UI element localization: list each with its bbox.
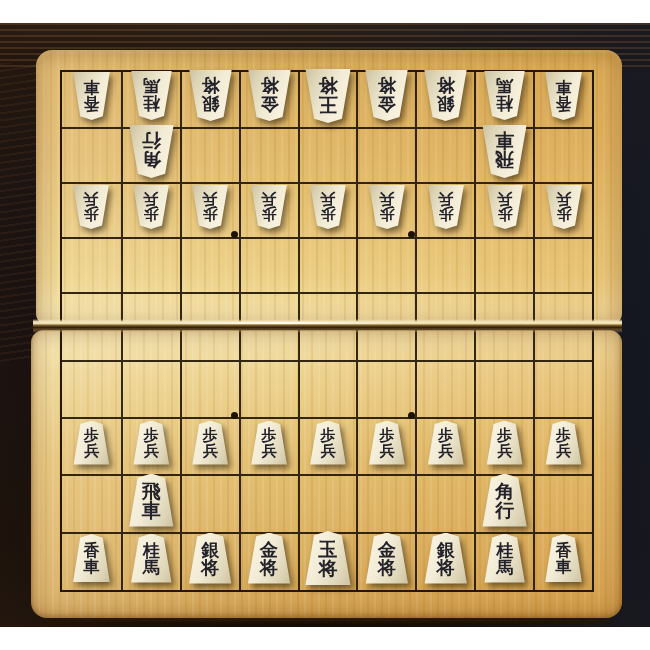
board-cell-7a[interactable]: 銀 将 <box>180 72 239 127</box>
piece-body: 玉 将 <box>304 531 352 585</box>
shogi-piece-gote-pawn[interactable]: 歩 兵 <box>72 185 110 229</box>
board-cell-1g[interactable]: 歩 兵 <box>533 417 592 474</box>
board-cell-5g[interactable]: 歩 兵 <box>298 417 357 474</box>
piece-kanji: 歩 兵 <box>556 426 571 459</box>
piece-kanji: 香 車 <box>83 541 99 576</box>
piece-kanji: 歩 兵 <box>320 190 335 223</box>
shogi-piece-sente-pawn[interactable]: 歩 兵 <box>132 421 170 465</box>
piece-body: 歩 兵 <box>368 421 406 465</box>
piece-body: 飛 車 <box>481 125 528 178</box>
board-cell-8a[interactable]: 桂 馬 <box>121 72 180 127</box>
board-cell-5d[interactable] <box>298 237 357 292</box>
piece-kanji: 王 将 <box>318 75 337 117</box>
board-cell-2a[interactable]: 桂 馬 <box>474 72 533 127</box>
piece-kanji: 銀 将 <box>201 76 219 115</box>
piece-body: 銀 将 <box>423 533 468 584</box>
piece-kanji: 香 車 <box>83 78 99 113</box>
hoshi-dot <box>231 231 238 238</box>
shogi-piece-gote-bishop[interactable]: 角 行 <box>128 125 175 178</box>
board-cell-9h[interactable] <box>62 474 121 532</box>
piece-body: 歩 兵 <box>309 421 347 465</box>
shogi-piece-sente-pawn[interactable]: 歩 兵 <box>191 421 229 465</box>
shogi-piece-gote-lance[interactable]: 香 車 <box>72 72 111 120</box>
board-cell-7d[interactable] <box>180 237 239 292</box>
board-cell-6f[interactable] <box>239 360 298 417</box>
piece-kanji: 歩 兵 <box>203 190 218 223</box>
board-cell-8b[interactable]: 角 行 <box>121 127 180 182</box>
photo-margin-top <box>0 0 650 23</box>
shogi-piece-gote-king-gote[interactable]: 王 将 <box>304 69 352 123</box>
piece-body: 歩 兵 <box>368 185 406 229</box>
board-cell-5f[interactable] <box>298 360 357 417</box>
board-cell-9g[interactable]: 歩 兵 <box>62 417 121 474</box>
piece-body: 桂 馬 <box>483 534 526 583</box>
board-cell-1h[interactable] <box>533 474 592 532</box>
piece-body: 歩 兵 <box>72 421 110 465</box>
shogi-photo: 香 車桂 馬銀 将金 将王 将金 将銀 将桂 馬香 車角 行飛 車歩 兵歩 兵歩… <box>0 0 650 650</box>
shogi-piece-gote-knight[interactable]: 桂 馬 <box>130 71 173 120</box>
board-cell-6g[interactable]: 歩 兵 <box>239 417 298 474</box>
piece-body: 歩 兵 <box>427 421 465 465</box>
board-cell-5a[interactable]: 王 将 <box>298 72 357 127</box>
board-cell-2c[interactable]: 歩 兵 <box>474 182 533 237</box>
shogi-piece-sente-silver-general[interactable]: 銀 将 <box>188 533 233 584</box>
piece-kanji: 歩 兵 <box>144 190 159 223</box>
piece-body: 香 車 <box>72 72 111 120</box>
piece-kanji: 歩 兵 <box>84 426 99 459</box>
piece-body: 王 将 <box>304 69 352 123</box>
board-cell-6i[interactable]: 金 将 <box>239 532 298 590</box>
shogi-piece-gote-rook[interactable]: 飛 車 <box>481 125 528 178</box>
board-cell-6b[interactable] <box>239 127 298 182</box>
piece-kanji: 歩 兵 <box>144 426 159 459</box>
piece-kanji: 飛 車 <box>495 131 514 173</box>
piece-kanji: 角 行 <box>495 479 514 521</box>
piece-body: 金 将 <box>364 70 409 121</box>
board-cell-4d[interactable] <box>356 237 415 292</box>
piece-kanji: 飛 車 <box>142 479 161 521</box>
board-cell-7f[interactable] <box>180 360 239 417</box>
piece-kanji: 歩 兵 <box>379 426 394 459</box>
board-cell-3a[interactable]: 銀 将 <box>415 72 474 127</box>
photo-margin-bottom <box>0 627 650 650</box>
shogi-piece-sente-pawn[interactable]: 歩 兵 <box>368 421 406 465</box>
shogi-piece-sente-rook[interactable]: 飛 車 <box>128 474 175 527</box>
board-cell-3h[interactable] <box>415 474 474 532</box>
board-cell-5h[interactable] <box>298 474 357 532</box>
hoshi-dot <box>408 231 415 238</box>
piece-kanji: 桂 馬 <box>143 539 160 576</box>
shogi-piece-gote-silver-general[interactable]: 銀 将 <box>188 70 233 121</box>
piece-body: 歩 兵 <box>486 421 524 465</box>
piece-body: 飛 車 <box>128 474 175 527</box>
shogi-piece-sente-pawn[interactable]: 歩 兵 <box>72 421 110 465</box>
board-cell-4c[interactable]: 歩 兵 <box>356 182 415 237</box>
board-cell-5b[interactable] <box>298 127 357 182</box>
piece-body: 歩 兵 <box>309 185 347 229</box>
shogi-piece-gote-pawn[interactable]: 歩 兵 <box>368 185 406 229</box>
shogi-piece-sente-knight[interactable]: 桂 馬 <box>483 534 526 583</box>
shogi-piece-gote-lance[interactable]: 香 車 <box>544 72 583 120</box>
board-cell-2b[interactable]: 飛 車 <box>474 127 533 182</box>
board-cell-5i[interactable]: 玉 将 <box>298 532 357 590</box>
board-cell-9f[interactable] <box>62 360 121 417</box>
piece-body: 歩 兵 <box>191 421 229 465</box>
piece-body: 香 車 <box>72 534 111 582</box>
board-cell-9c[interactable]: 歩 兵 <box>62 182 121 237</box>
piece-body: 歩 兵 <box>545 185 583 229</box>
shogi-piece-gote-pawn[interactable]: 歩 兵 <box>309 185 347 229</box>
board-cell-9a[interactable]: 香 車 <box>62 72 121 127</box>
board-cell-9d[interactable] <box>62 237 121 292</box>
board-cell-8g[interactable]: 歩 兵 <box>121 417 180 474</box>
board-cell-2d[interactable] <box>474 237 533 292</box>
board-cell-7h[interactable] <box>180 474 239 532</box>
board-cell-3f[interactable] <box>415 360 474 417</box>
board-cell-8c[interactable]: 歩 兵 <box>121 182 180 237</box>
piece-kanji: 銀 将 <box>437 538 455 577</box>
piece-body: 歩 兵 <box>72 185 110 229</box>
piece-kanji: 歩 兵 <box>497 426 512 459</box>
piece-kanji: 歩 兵 <box>262 190 277 223</box>
board-cell-9i[interactable]: 香 車 <box>62 532 121 590</box>
shogi-piece-sente-pawn[interactable]: 歩 兵 <box>427 421 465 465</box>
piece-kanji: 香 車 <box>556 541 572 576</box>
piece-kanji: 桂 馬 <box>496 539 513 576</box>
board-cell-6h[interactable] <box>239 474 298 532</box>
piece-kanji: 歩 兵 <box>262 426 277 459</box>
piece-kanji: 歩 兵 <box>556 190 571 223</box>
board-cell-7b[interactable] <box>180 127 239 182</box>
piece-body: 歩 兵 <box>250 421 288 465</box>
piece-body: 歩 兵 <box>132 421 170 465</box>
board-cell-2g[interactable]: 歩 兵 <box>474 417 533 474</box>
shogi-piece-sente-silver-general[interactable]: 銀 将 <box>423 533 468 584</box>
board-cell-6c[interactable]: 歩 兵 <box>239 182 298 237</box>
piece-kanji: 桂 馬 <box>496 77 513 114</box>
shogi-piece-sente-bishop[interactable]: 角 行 <box>481 474 528 527</box>
piece-kanji: 銀 将 <box>201 538 219 577</box>
shogi-piece-gote-pawn[interactable]: 歩 兵 <box>545 185 583 229</box>
board-cell-3d[interactable] <box>415 237 474 292</box>
table-texture-left <box>0 63 40 363</box>
board-cell-4g[interactable]: 歩 兵 <box>356 417 415 474</box>
piece-body: 角 行 <box>481 474 528 527</box>
piece-body: 歩 兵 <box>486 185 524 229</box>
shogi-piece-sente-lance[interactable]: 香 車 <box>72 534 111 582</box>
piece-body: 歩 兵 <box>545 421 583 465</box>
piece-body: 桂 馬 <box>130 534 173 583</box>
board-cell-4a[interactable]: 金 将 <box>356 72 415 127</box>
board-cell-7g[interactable]: 歩 兵 <box>180 417 239 474</box>
piece-body: 金 将 <box>247 70 292 121</box>
shogi-piece-sente-king-sente[interactable]: 玉 将 <box>304 531 352 585</box>
board-cell-9b[interactable] <box>62 127 121 182</box>
piece-kanji: 歩 兵 <box>203 426 218 459</box>
board-cell-8i[interactable]: 桂 馬 <box>121 532 180 590</box>
board-cell-8f[interactable] <box>121 360 180 417</box>
piece-body: 歩 兵 <box>427 185 465 229</box>
board-cell-2h[interactable]: 角 行 <box>474 474 533 532</box>
piece-kanji: 銀 将 <box>437 76 455 115</box>
piece-kanji: 金 将 <box>260 76 278 115</box>
board-cell-4h[interactable] <box>356 474 415 532</box>
piece-kanji: 歩 兵 <box>497 190 512 223</box>
piece-kanji: 歩 兵 <box>84 190 99 223</box>
piece-body: 銀 将 <box>423 70 468 121</box>
board-cell-2i[interactable]: 桂 馬 <box>474 532 533 590</box>
board-cell-1d[interactable] <box>533 237 592 292</box>
piece-kanji: 金 将 <box>260 538 278 577</box>
shogi-piece-gote-gold-general[interactable]: 金 将 <box>364 70 409 121</box>
board-cell-1a[interactable]: 香 車 <box>533 72 592 127</box>
board-cell-6a[interactable]: 金 将 <box>239 72 298 127</box>
shogi-piece-sente-lance[interactable]: 香 車 <box>544 534 583 582</box>
piece-body: 歩 兵 <box>250 185 288 229</box>
board-cell-8h[interactable]: 飛 車 <box>121 474 180 532</box>
piece-kanji: 角 行 <box>142 131 161 173</box>
board-cell-7c[interactable]: 歩 兵 <box>180 182 239 237</box>
piece-body: 銀 将 <box>188 533 233 584</box>
shogi-piece-gote-pawn[interactable]: 歩 兵 <box>486 185 524 229</box>
shogi-piece-gote-pawn[interactable]: 歩 兵 <box>427 185 465 229</box>
piece-kanji: 桂 馬 <box>143 77 160 114</box>
board-cell-6d[interactable] <box>239 237 298 292</box>
board-cell-7i[interactable]: 銀 将 <box>180 532 239 590</box>
shogi-piece-gote-silver-general[interactable]: 銀 将 <box>423 70 468 121</box>
piece-kanji: 玉 将 <box>318 537 337 579</box>
piece-body: 金 将 <box>364 533 409 584</box>
board-cell-5c[interactable]: 歩 兵 <box>298 182 357 237</box>
board-cell-3b[interactable] <box>415 127 474 182</box>
board-cell-1b[interactable] <box>533 127 592 182</box>
piece-kanji: 歩 兵 <box>320 426 335 459</box>
board-cell-3i[interactable]: 銀 将 <box>415 532 474 590</box>
board-cell-3c[interactable]: 歩 兵 <box>415 182 474 237</box>
shogi-piece-sente-knight[interactable]: 桂 馬 <box>130 534 173 583</box>
piece-body: 桂 馬 <box>483 71 526 120</box>
shogi-piece-sente-pawn[interactable]: 歩 兵 <box>250 421 288 465</box>
board-cell-4i[interactable]: 金 将 <box>356 532 415 590</box>
piece-kanji: 金 将 <box>378 538 396 577</box>
shogi-piece-gote-pawn[interactable]: 歩 兵 <box>250 185 288 229</box>
piece-body: 香 車 <box>544 534 583 582</box>
piece-body: 香 車 <box>544 72 583 120</box>
shogi-piece-gote-pawn[interactable]: 歩 兵 <box>132 185 170 229</box>
piece-kanji: 歩 兵 <box>379 190 394 223</box>
shogi-piece-gote-knight[interactable]: 桂 馬 <box>483 71 526 120</box>
shogi-piece-gote-gold-general[interactable]: 金 将 <box>247 70 292 121</box>
shogi-piece-sente-pawn[interactable]: 歩 兵 <box>486 421 524 465</box>
piece-kanji: 歩 兵 <box>438 426 453 459</box>
board-cell-1c[interactable]: 歩 兵 <box>533 182 592 237</box>
piece-kanji: 歩 兵 <box>438 190 453 223</box>
board-cell-1f[interactable] <box>533 360 592 417</box>
board-cell-4b[interactable] <box>356 127 415 182</box>
piece-body: 桂 馬 <box>130 71 173 120</box>
board-cell-3g[interactable]: 歩 兵 <box>415 417 474 474</box>
board-cell-8d[interactable] <box>121 237 180 292</box>
shogi-piece-sente-gold-general[interactable]: 金 将 <box>364 533 409 584</box>
shogi-piece-sente-pawn[interactable]: 歩 兵 <box>309 421 347 465</box>
piece-body: 歩 兵 <box>191 185 229 229</box>
board-cell-1i[interactable]: 香 車 <box>533 532 592 590</box>
shogi-piece-gote-pawn[interactable]: 歩 兵 <box>191 185 229 229</box>
hinge-glint <box>150 322 410 324</box>
hoshi-dot <box>408 412 415 419</box>
board-cell-4f[interactable] <box>356 360 415 417</box>
table-surface: 香 車桂 馬銀 将金 将王 将金 将銀 将桂 馬香 車角 行飛 車歩 兵歩 兵歩… <box>0 23 650 627</box>
piece-kanji: 香 車 <box>556 78 572 113</box>
shogi-piece-sente-pawn[interactable]: 歩 兵 <box>545 421 583 465</box>
board-cell-2f[interactable] <box>474 360 533 417</box>
piece-body: 銀 将 <box>188 70 233 121</box>
hoshi-dot <box>231 412 238 419</box>
piece-body: 歩 兵 <box>132 185 170 229</box>
piece-body: 金 将 <box>247 533 292 584</box>
piece-body: 角 行 <box>128 125 175 178</box>
shogi-piece-sente-gold-general[interactable]: 金 将 <box>247 533 292 584</box>
piece-kanji: 金 将 <box>378 76 396 115</box>
